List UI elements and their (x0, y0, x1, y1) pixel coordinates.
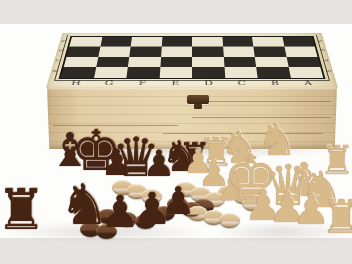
board-square (131, 37, 162, 47)
rank-label-5: 5 (314, 39, 324, 43)
draughts-disc-dark (97, 209, 118, 224)
board-square (61, 67, 96, 78)
wood-plank-line (207, 101, 332, 102)
box-latch-pin (194, 104, 202, 109)
board-square (284, 47, 317, 57)
file-label-b: B (258, 80, 293, 88)
board-square (160, 57, 192, 67)
file-labels-row: HGFEDCBA (58, 80, 326, 88)
chess-piece-light-bishop: ♝ (281, 157, 327, 203)
board-square (192, 57, 224, 67)
draughts-disc-light (242, 196, 263, 211)
file-label-f: F (125, 80, 159, 88)
board-square (161, 47, 192, 57)
board-square (126, 67, 160, 78)
board-square (256, 67, 290, 78)
board-square (192, 47, 223, 57)
board-square (288, 67, 323, 78)
draughts-disc-dark (78, 206, 99, 221)
chess-piece-light-knight: ♞ (297, 165, 347, 215)
board-square (129, 47, 161, 57)
draughts-disc-dark (135, 214, 156, 229)
file-label-e: E (159, 80, 192, 88)
board-square (282, 37, 315, 47)
board-square (224, 67, 258, 78)
draughts-disc-light (219, 213, 240, 228)
board-square (100, 37, 132, 47)
draughts-disc-dark (116, 212, 137, 227)
box-front-face (47, 87, 337, 149)
board-squares-grid (61, 37, 323, 78)
rank-label-7: 7 (320, 58, 331, 62)
board-square (128, 57, 161, 67)
board-square (94, 67, 128, 78)
board-square (255, 57, 288, 67)
board-square (253, 47, 286, 57)
board-square (192, 37, 223, 47)
board-surface: HGFEDCBA 5678 5678 (46, 33, 338, 88)
rank-label-6: 6 (317, 48, 327, 52)
board-square (192, 67, 225, 78)
board-square (252, 37, 284, 47)
draughts-disc-dark (96, 224, 117, 239)
board-square (98, 47, 131, 57)
file-label-a: A (291, 80, 326, 88)
draughts-disc-light (141, 189, 162, 204)
rank-label-6: 6 (57, 48, 67, 52)
file-label-h: H (58, 80, 93, 88)
wood-plank-line (53, 125, 178, 126)
wood-plank-line (163, 133, 323, 134)
file-label-g: G (92, 80, 127, 88)
file-label-d: D (192, 80, 225, 88)
rank-label-7: 7 (54, 58, 65, 62)
draughts-disc-dark (154, 206, 175, 221)
board-square (159, 67, 192, 78)
board-square (223, 47, 255, 57)
board-square (286, 57, 320, 67)
board-square (96, 57, 129, 67)
rank-label-8: 8 (323, 69, 334, 73)
box-latch-icon (187, 95, 209, 104)
chess-piece-light-queen: ♛ (260, 158, 316, 214)
board-square (161, 37, 192, 47)
product-photo-wooden-chess-set: HGFEDCBA 5678 5678 ♝♚♟♛♟♞♜♜♞♟♟♟♟♜♞♟♚♞♛♝♜… (0, 0, 352, 264)
board-square (222, 37, 253, 47)
board-square (223, 57, 256, 67)
board-square (64, 57, 98, 67)
board-square (69, 37, 102, 47)
chess-board-top: HGFEDCBA 5678 5678 (46, 0, 338, 88)
wood-plank-line (192, 117, 331, 118)
file-label-c: C (225, 80, 259, 88)
board-square (67, 47, 100, 57)
rank-label-5: 5 (59, 39, 69, 43)
rank-label-8: 8 (50, 69, 61, 73)
